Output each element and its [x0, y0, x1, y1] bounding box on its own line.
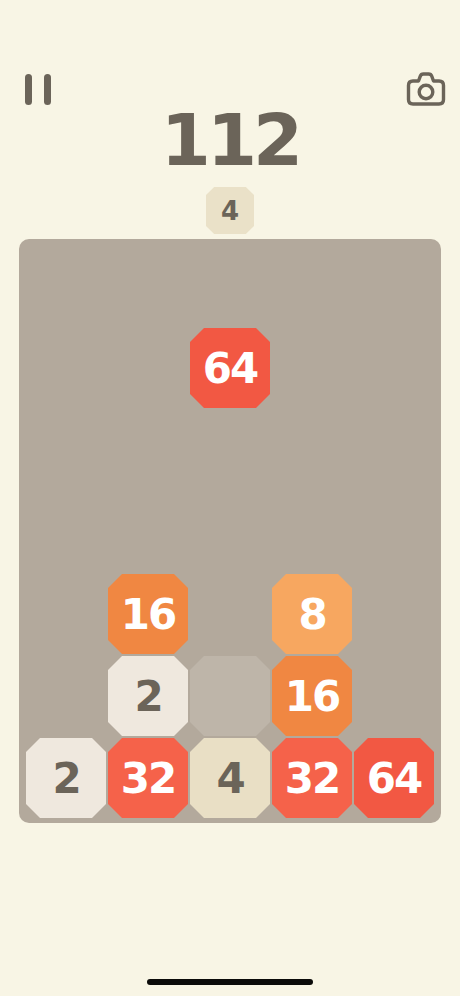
falling-tile-64[interactable]: 64: [190, 328, 270, 408]
board[interactable]: 6416821623243264: [19, 239, 441, 823]
tile-2: 2: [26, 738, 106, 818]
home-indicator[interactable]: [147, 979, 313, 985]
game-screen: 112 4 6416821623243264: [0, 0, 460, 996]
score: 112: [0, 100, 460, 180]
tile-32: 32: [272, 738, 352, 818]
next-tile-value: 4: [221, 196, 239, 226]
drop-indicator-cell: [190, 656, 270, 736]
tile-32: 32: [108, 738, 188, 818]
next-tile-preview: 4: [206, 187, 254, 234]
tile-16: 16: [108, 574, 188, 654]
tile-2: 2: [108, 656, 188, 736]
tile-8: 8: [272, 574, 352, 654]
tile-4: 4: [190, 738, 270, 818]
tile-64: 64: [354, 738, 434, 818]
tile-16: 16: [272, 656, 352, 736]
